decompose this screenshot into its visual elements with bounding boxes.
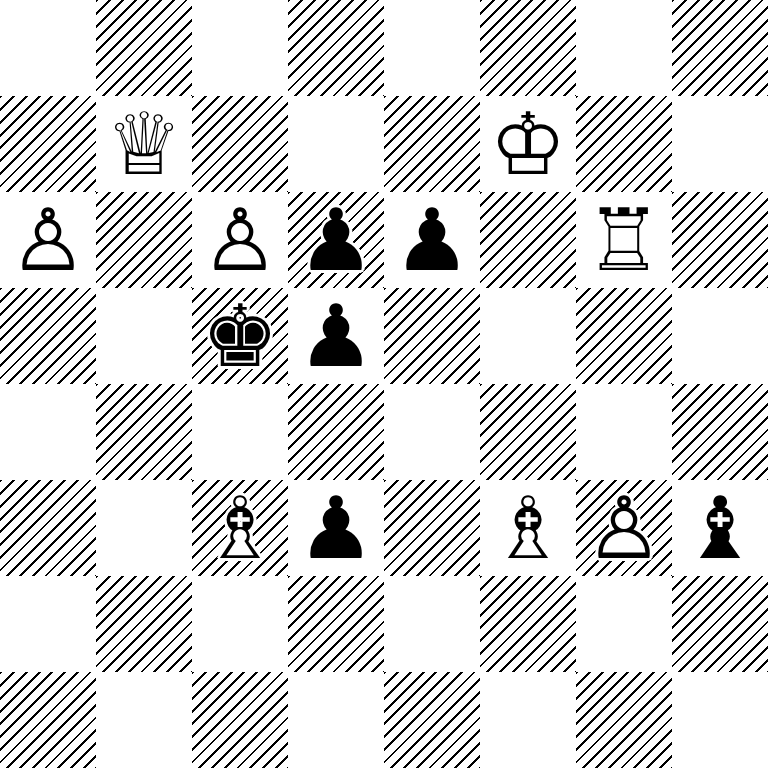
piece-halo-black-pawn: ♟ — [288, 192, 384, 288]
square-e7[interactable] — [384, 96, 480, 192]
chess-board: ♛♕♚♔♟♙♟♙♟♟♟♟♜♖♚♚♟♟♝♗♟♟♝♗♟♙♝♝ — [0, 0, 768, 768]
square-c6[interactable]: ♟♙ — [192, 192, 288, 288]
piece-white-rook: ♖ — [576, 192, 672, 288]
square-h4[interactable] — [672, 384, 768, 480]
square-b1[interactable] — [96, 672, 192, 768]
square-g2[interactable] — [576, 576, 672, 672]
square-g4[interactable] — [576, 384, 672, 480]
square-a7[interactable] — [0, 96, 96, 192]
piece-black-pawn: ♟ — [384, 192, 480, 288]
square-a3[interactable] — [0, 480, 96, 576]
square-d6[interactable]: ♟♟ — [288, 192, 384, 288]
square-f7[interactable]: ♚♔ — [480, 96, 576, 192]
square-d2[interactable] — [288, 576, 384, 672]
square-f6[interactable] — [480, 192, 576, 288]
square-c4[interactable] — [192, 384, 288, 480]
square-g3[interactable]: ♟♙ — [576, 480, 672, 576]
piece-black-pawn: ♟ — [288, 480, 384, 576]
piece-halo-white-pawn: ♟ — [576, 480, 672, 576]
square-e1[interactable] — [384, 672, 480, 768]
piece-white-pawn: ♙ — [0, 192, 96, 288]
square-e5[interactable] — [384, 288, 480, 384]
square-d1[interactable] — [288, 672, 384, 768]
square-f3[interactable]: ♝♗ — [480, 480, 576, 576]
square-e3[interactable] — [384, 480, 480, 576]
square-d4[interactable] — [288, 384, 384, 480]
square-e4[interactable] — [384, 384, 480, 480]
piece-white-bishop: ♗ — [192, 480, 288, 576]
piece-halo-black-pawn: ♟ — [384, 192, 480, 288]
piece-halo-white-bishop: ♝ — [192, 480, 288, 576]
piece-white-queen: ♕ — [96, 96, 192, 192]
square-a2[interactable] — [0, 576, 96, 672]
piece-black-bishop: ♝ — [672, 480, 768, 576]
square-c5[interactable]: ♚♚ — [192, 288, 288, 384]
piece-halo-white-pawn: ♟ — [0, 192, 96, 288]
square-h2[interactable] — [672, 576, 768, 672]
square-b7[interactable]: ♛♕ — [96, 96, 192, 192]
square-b3[interactable] — [96, 480, 192, 576]
square-h3[interactable]: ♝♝ — [672, 480, 768, 576]
piece-white-bishop: ♗ — [480, 480, 576, 576]
square-g8[interactable] — [576, 0, 672, 96]
square-e6[interactable]: ♟♟ — [384, 192, 480, 288]
piece-black-pawn: ♟ — [288, 192, 384, 288]
square-g5[interactable] — [576, 288, 672, 384]
piece-halo-black-king: ♚ — [192, 288, 288, 384]
square-b2[interactable] — [96, 576, 192, 672]
piece-white-pawn: ♙ — [192, 192, 288, 288]
square-c7[interactable] — [192, 96, 288, 192]
piece-halo-white-queen: ♛ — [96, 96, 192, 192]
square-b8[interactable] — [96, 0, 192, 96]
square-f2[interactable] — [480, 576, 576, 672]
square-e8[interactable] — [384, 0, 480, 96]
piece-halo-black-pawn: ♟ — [288, 288, 384, 384]
square-c3[interactable]: ♝♗ — [192, 480, 288, 576]
square-d8[interactable] — [288, 0, 384, 96]
square-g1[interactable] — [576, 672, 672, 768]
square-b6[interactable] — [96, 192, 192, 288]
square-f8[interactable] — [480, 0, 576, 96]
piece-halo-white-king: ♚ — [480, 96, 576, 192]
square-d5[interactable]: ♟♟ — [288, 288, 384, 384]
piece-black-king: ♚ — [192, 288, 288, 384]
square-h7[interactable] — [672, 96, 768, 192]
piece-halo-white-bishop: ♝ — [480, 480, 576, 576]
piece-white-king: ♔ — [480, 96, 576, 192]
square-g7[interactable] — [576, 96, 672, 192]
square-a1[interactable] — [0, 672, 96, 768]
square-b5[interactable] — [96, 288, 192, 384]
square-c1[interactable] — [192, 672, 288, 768]
square-h6[interactable] — [672, 192, 768, 288]
piece-halo-white-rook: ♜ — [576, 192, 672, 288]
piece-halo-black-pawn: ♟ — [288, 480, 384, 576]
square-a4[interactable] — [0, 384, 96, 480]
square-f4[interactable] — [480, 384, 576, 480]
square-h8[interactable] — [672, 0, 768, 96]
square-c2[interactable] — [192, 576, 288, 672]
square-g6[interactable]: ♜♖ — [576, 192, 672, 288]
square-h5[interactable] — [672, 288, 768, 384]
square-f5[interactable] — [480, 288, 576, 384]
square-a5[interactable] — [0, 288, 96, 384]
square-b4[interactable] — [96, 384, 192, 480]
square-c8[interactable] — [192, 0, 288, 96]
square-d7[interactable] — [288, 96, 384, 192]
piece-white-pawn: ♙ — [576, 480, 672, 576]
square-e2[interactable] — [384, 576, 480, 672]
square-a8[interactable] — [0, 0, 96, 96]
piece-halo-black-bishop: ♝ — [672, 480, 768, 576]
square-h1[interactable] — [672, 672, 768, 768]
square-f1[interactable] — [480, 672, 576, 768]
square-a6[interactable]: ♟♙ — [0, 192, 96, 288]
piece-halo-white-pawn: ♟ — [192, 192, 288, 288]
square-d3[interactable]: ♟♟ — [288, 480, 384, 576]
piece-black-pawn: ♟ — [288, 288, 384, 384]
